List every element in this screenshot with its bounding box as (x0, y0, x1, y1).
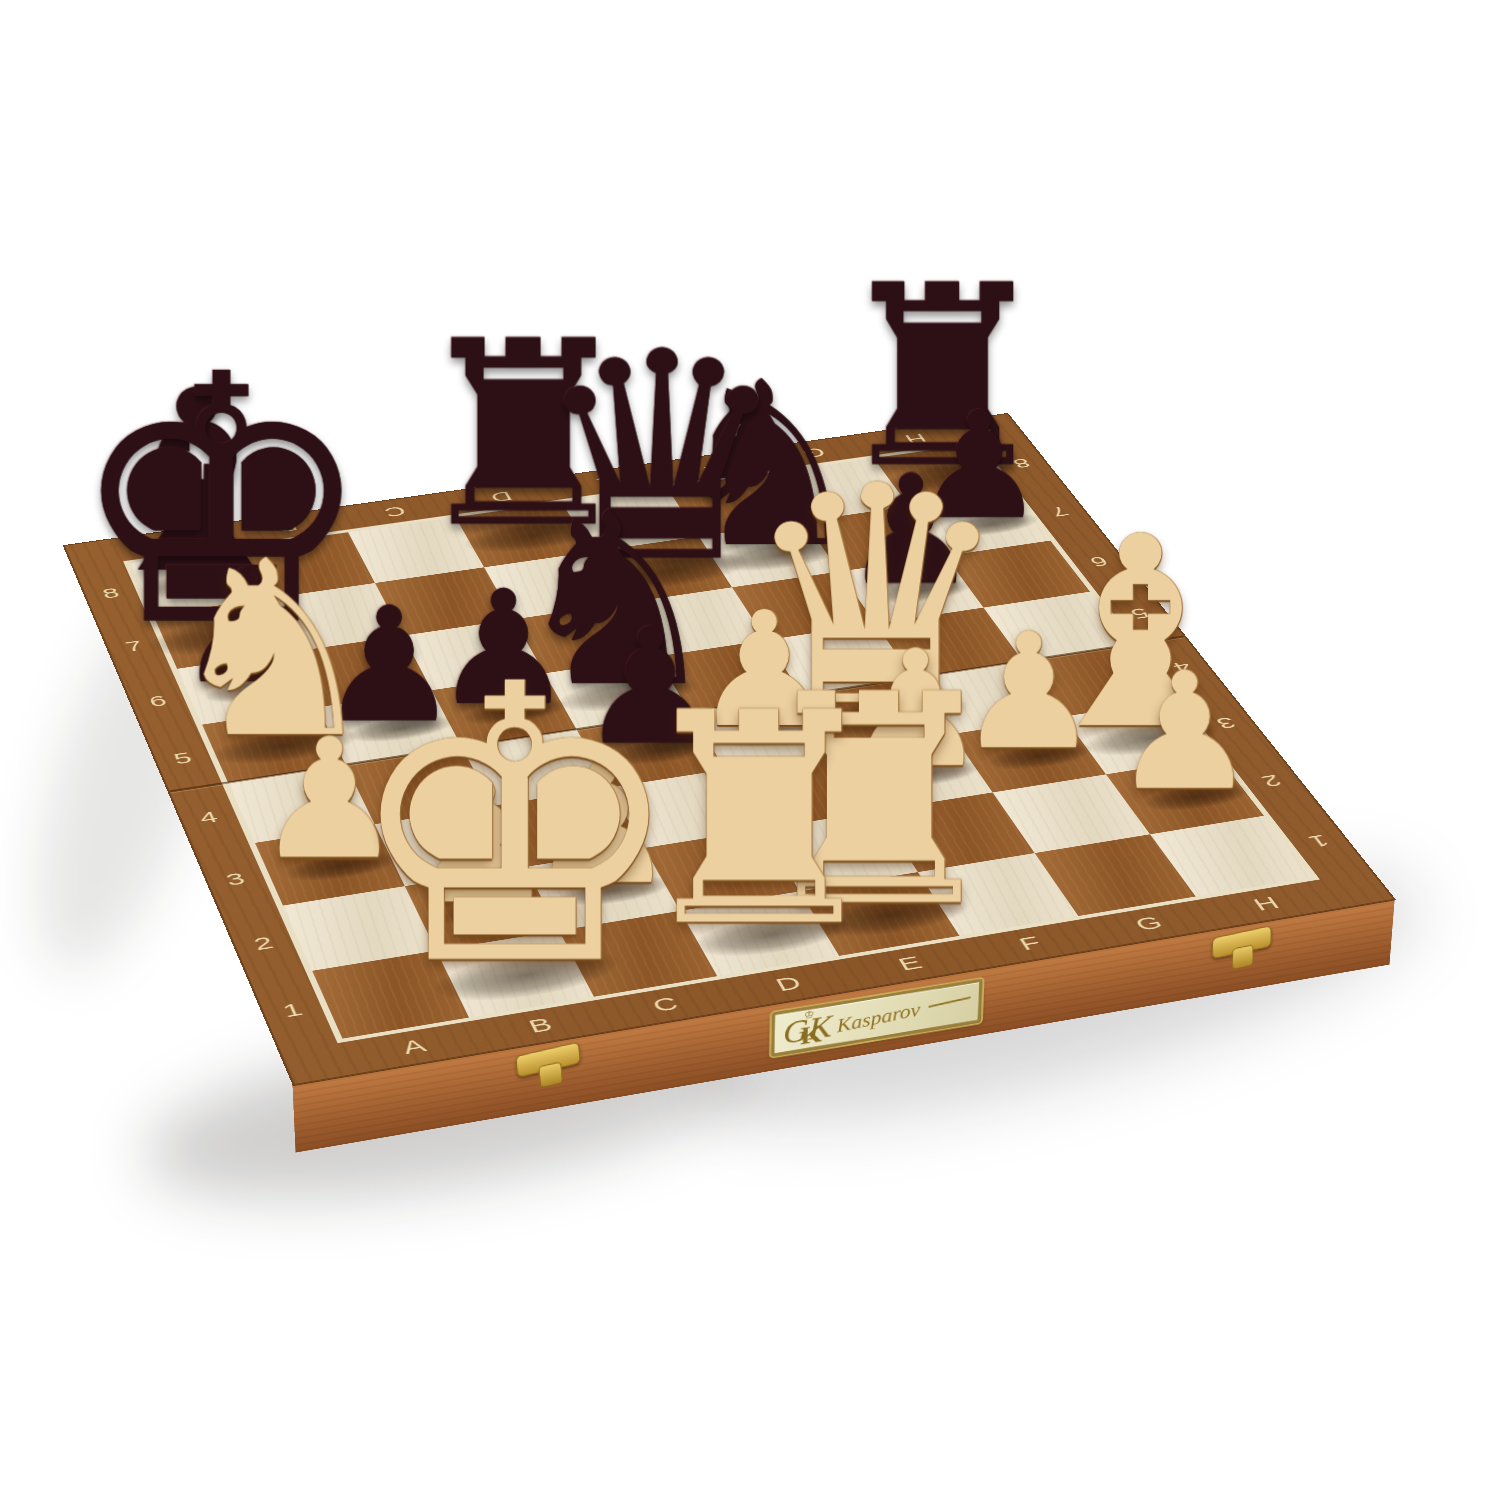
king-glyph: ♚ (343, 635, 686, 1018)
signature-flourish (929, 997, 971, 1008)
brass-latch-right (1212, 925, 1272, 959)
kasparov-signature: Kasparov (837, 997, 921, 1037)
pawn-glyph: ♟ (1112, 650, 1258, 812)
monogram-letter-k: K (800, 1019, 822, 1051)
crown-icon: ♔ (804, 1008, 815, 1022)
gk-monogram-logo: GK ♔ K (783, 1007, 829, 1051)
product-photo-stage: AABBCCDDEEFFGGHH1122334455667788 ♝♜♜♚♛♞♟… (0, 0, 1500, 1500)
chess-board-3d: AABBCCDDEEFFGGHH1122334455667788 ♝♜♜♚♛♞♟… (65, 414, 1393, 1084)
brass-latch-left (515, 1041, 581, 1077)
